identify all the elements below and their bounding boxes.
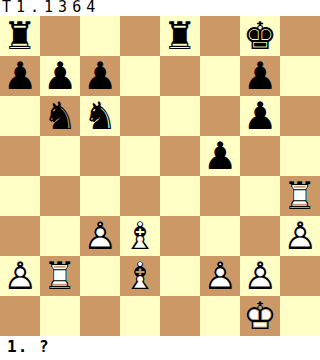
black-pawn-piece: ♟ — [203, 137, 237, 175]
square-h2[interactable] — [280, 256, 320, 296]
square-h6[interactable] — [280, 96, 320, 136]
square-e3[interactable] — [160, 216, 200, 256]
square-g6[interactable]: ♟ — [240, 96, 280, 136]
square-d4[interactable] — [120, 176, 160, 216]
square-g2[interactable]: ♟♙ — [240, 256, 280, 296]
chess-board: ♜♜♚♟♟♟♟♞♞♟♟♜♖♟♙♝♗♟♙♟♙♜♖♝♗♟♙♟♙♚♔ — [0, 16, 320, 336]
square-c5[interactable] — [80, 136, 120, 176]
square-d8[interactable] — [120, 16, 160, 56]
square-h3[interactable]: ♟♙ — [280, 216, 320, 256]
square-d2[interactable]: ♝♗ — [120, 256, 160, 296]
square-f6[interactable] — [200, 96, 240, 136]
square-b7[interactable]: ♟ — [40, 56, 80, 96]
white-pawn-piece: ♟♙ — [83, 217, 117, 255]
square-b3[interactable] — [40, 216, 80, 256]
square-c6[interactable]: ♞ — [80, 96, 120, 136]
square-c2[interactable] — [80, 256, 120, 296]
black-knight-piece: ♞ — [43, 97, 77, 135]
square-c4[interactable] — [80, 176, 120, 216]
square-e5[interactable] — [160, 136, 200, 176]
square-e6[interactable] — [160, 96, 200, 136]
white-pawn-piece: ♟♙ — [3, 257, 37, 295]
square-a7[interactable]: ♟ — [0, 56, 40, 96]
square-h7[interactable] — [280, 56, 320, 96]
square-h8[interactable] — [280, 16, 320, 56]
black-pawn-piece: ♟ — [3, 57, 37, 95]
square-b8[interactable] — [40, 16, 80, 56]
black-king-piece: ♚ — [243, 17, 277, 55]
black-pawn-piece: ♟ — [243, 97, 277, 135]
square-b5[interactable] — [40, 136, 80, 176]
square-e8[interactable]: ♜ — [160, 16, 200, 56]
square-a6[interactable] — [0, 96, 40, 136]
white-pawn-piece: ♟♙ — [243, 257, 277, 295]
square-a4[interactable] — [0, 176, 40, 216]
black-knight-piece: ♞ — [83, 97, 117, 135]
move-prompt: 1. ? — [0, 336, 320, 360]
square-f2[interactable]: ♟♙ — [200, 256, 240, 296]
square-f8[interactable] — [200, 16, 240, 56]
square-a5[interactable] — [0, 136, 40, 176]
square-c8[interactable] — [80, 16, 120, 56]
black-pawn-piece: ♟ — [83, 57, 117, 95]
square-a8[interactable]: ♜ — [0, 16, 40, 56]
square-f7[interactable] — [200, 56, 240, 96]
square-d7[interactable] — [120, 56, 160, 96]
white-rook-piece: ♜♖ — [283, 177, 317, 215]
square-h4[interactable]: ♜♖ — [280, 176, 320, 216]
square-e2[interactable] — [160, 256, 200, 296]
square-g4[interactable] — [240, 176, 280, 216]
square-b6[interactable]: ♞ — [40, 96, 80, 136]
square-f4[interactable] — [200, 176, 240, 216]
square-b4[interactable] — [40, 176, 80, 216]
square-c3[interactable]: ♟♙ — [80, 216, 120, 256]
square-g5[interactable] — [240, 136, 280, 176]
black-rook-piece: ♜ — [163, 17, 197, 55]
black-pawn-piece: ♟ — [43, 57, 77, 95]
white-bishop-piece: ♝♗ — [123, 217, 157, 255]
square-e1[interactable] — [160, 296, 200, 336]
black-pawn-piece: ♟ — [243, 57, 277, 95]
square-g1[interactable]: ♚♔ — [240, 296, 280, 336]
square-a2[interactable]: ♟♙ — [0, 256, 40, 296]
white-bishop-piece: ♝♗ — [123, 257, 157, 295]
white-king-piece: ♚♔ — [243, 297, 277, 335]
square-c1[interactable] — [80, 296, 120, 336]
square-h1[interactable] — [280, 296, 320, 336]
square-b2[interactable]: ♜♖ — [40, 256, 80, 296]
white-rook-piece: ♜♖ — [43, 257, 77, 295]
square-f1[interactable] — [200, 296, 240, 336]
square-g7[interactable]: ♟ — [240, 56, 280, 96]
square-d6[interactable] — [120, 96, 160, 136]
chess-puzzle-window: T1.1364 ♜♜♚♟♟♟♟♞♞♟♟♜♖♟♙♝♗♟♙♟♙♜♖♝♗♟♙♟♙♚♔ … — [0, 0, 320, 360]
square-d3[interactable]: ♝♗ — [120, 216, 160, 256]
black-rook-piece: ♜ — [3, 17, 37, 55]
square-d5[interactable] — [120, 136, 160, 176]
square-d1[interactable] — [120, 296, 160, 336]
square-g3[interactable] — [240, 216, 280, 256]
square-b1[interactable] — [40, 296, 80, 336]
square-a1[interactable] — [0, 296, 40, 336]
puzzle-id: T1.1364 — [0, 0, 320, 16]
square-g8[interactable]: ♚ — [240, 16, 280, 56]
square-e4[interactable] — [160, 176, 200, 216]
square-a3[interactable] — [0, 216, 40, 256]
square-f3[interactable] — [200, 216, 240, 256]
white-pawn-piece: ♟♙ — [203, 257, 237, 295]
square-f5[interactable]: ♟ — [200, 136, 240, 176]
square-e7[interactable] — [160, 56, 200, 96]
square-c7[interactable]: ♟ — [80, 56, 120, 96]
square-h5[interactable] — [280, 136, 320, 176]
white-pawn-piece: ♟♙ — [283, 217, 317, 255]
